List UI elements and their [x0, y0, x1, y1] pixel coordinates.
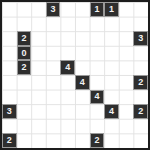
empty-cell[interactable]	[60, 75, 75, 90]
empty-cell[interactable]	[46, 75, 61, 90]
empty-cell[interactable]	[119, 46, 134, 61]
clue-cell: 1	[104, 2, 119, 17]
empty-cell[interactable]	[104, 46, 119, 61]
empty-cell[interactable]	[90, 75, 105, 90]
empty-cell[interactable]	[104, 60, 119, 75]
clue-cell: 2	[2, 133, 17, 148]
clue-cell: 2	[90, 133, 105, 148]
empty-cell[interactable]	[31, 75, 46, 90]
empty-cell[interactable]	[119, 17, 134, 32]
empty-cell[interactable]	[31, 31, 46, 46]
empty-cell[interactable]	[104, 31, 119, 46]
empty-cell[interactable]	[60, 90, 75, 105]
empty-cell[interactable]	[75, 90, 90, 105]
empty-cell[interactable]	[46, 60, 61, 75]
empty-cell[interactable]	[75, 2, 90, 17]
empty-cell[interactable]	[2, 17, 17, 32]
clue-cell: 4	[60, 60, 75, 75]
clue-cell: 0	[17, 46, 32, 61]
empty-cell[interactable]	[133, 119, 148, 134]
clue-cell: 4	[90, 90, 105, 105]
empty-cell[interactable]	[46, 119, 61, 134]
clue-cell: 2	[133, 104, 148, 119]
empty-cell[interactable]	[60, 17, 75, 32]
empty-cell[interactable]	[31, 60, 46, 75]
clue-cell: 4	[104, 104, 119, 119]
empty-cell[interactable]	[2, 2, 17, 17]
empty-cell[interactable]	[90, 31, 105, 46]
clue-cell: 3	[133, 31, 148, 46]
empty-cell[interactable]	[119, 104, 134, 119]
empty-cell[interactable]	[104, 90, 119, 105]
puzzle-board: 3112302442434222	[0, 0, 150, 150]
empty-cell[interactable]	[104, 17, 119, 32]
empty-cell[interactable]	[46, 104, 61, 119]
empty-cell[interactable]	[60, 31, 75, 46]
empty-cell[interactable]	[2, 119, 17, 134]
empty-cell[interactable]	[31, 17, 46, 32]
empty-cell[interactable]	[17, 104, 32, 119]
empty-cell[interactable]	[104, 75, 119, 90]
empty-cell[interactable]	[17, 75, 32, 90]
empty-cell[interactable]	[133, 90, 148, 105]
empty-cell[interactable]	[75, 60, 90, 75]
empty-cell[interactable]	[119, 90, 134, 105]
clue-cell: 3	[46, 2, 61, 17]
empty-cell[interactable]	[17, 119, 32, 134]
empty-cell[interactable]	[104, 119, 119, 134]
empty-cell[interactable]	[31, 46, 46, 61]
empty-cell[interactable]	[17, 2, 32, 17]
empty-cell[interactable]	[119, 133, 134, 148]
empty-cell[interactable]	[90, 60, 105, 75]
empty-cell[interactable]	[75, 133, 90, 148]
clue-cell: 4	[75, 75, 90, 90]
empty-cell[interactable]	[104, 133, 119, 148]
empty-cell[interactable]	[31, 133, 46, 148]
empty-cell[interactable]	[17, 90, 32, 105]
empty-cell[interactable]	[133, 133, 148, 148]
empty-cell[interactable]	[2, 60, 17, 75]
empty-cell[interactable]	[31, 104, 46, 119]
empty-cell[interactable]	[133, 17, 148, 32]
empty-cell[interactable]	[46, 133, 61, 148]
empty-cell[interactable]	[119, 119, 134, 134]
empty-cell[interactable]	[60, 133, 75, 148]
empty-cell[interactable]	[31, 2, 46, 17]
empty-cell[interactable]	[46, 17, 61, 32]
empty-cell[interactable]	[90, 119, 105, 134]
empty-cell[interactable]	[2, 31, 17, 46]
empty-cell[interactable]	[133, 2, 148, 17]
empty-cell[interactable]	[119, 75, 134, 90]
empty-cell[interactable]	[75, 119, 90, 134]
empty-cell[interactable]	[119, 31, 134, 46]
empty-cell[interactable]	[75, 104, 90, 119]
empty-cell[interactable]	[133, 60, 148, 75]
empty-cell[interactable]	[75, 31, 90, 46]
empty-cell[interactable]	[90, 17, 105, 32]
empty-cell[interactable]	[17, 17, 32, 32]
empty-cell[interactable]	[90, 104, 105, 119]
empty-cell[interactable]	[46, 46, 61, 61]
empty-cell[interactable]	[60, 2, 75, 17]
clue-cell: 1	[90, 2, 105, 17]
empty-cell[interactable]	[60, 46, 75, 61]
empty-cell[interactable]	[119, 60, 134, 75]
empty-cell[interactable]	[46, 31, 61, 46]
empty-cell[interactable]	[90, 46, 105, 61]
empty-cell[interactable]	[75, 46, 90, 61]
empty-cell[interactable]	[31, 119, 46, 134]
empty-cell[interactable]	[46, 90, 61, 105]
empty-cell[interactable]	[31, 90, 46, 105]
empty-cell[interactable]	[119, 2, 134, 17]
clue-cell: 2	[133, 75, 148, 90]
empty-cell[interactable]	[133, 46, 148, 61]
empty-cell[interactable]	[17, 133, 32, 148]
empty-cell[interactable]	[75, 17, 90, 32]
empty-cell[interactable]	[60, 119, 75, 134]
empty-cell[interactable]	[2, 75, 17, 90]
clue-cell: 2	[17, 31, 32, 46]
clue-cell: 2	[17, 60, 32, 75]
empty-cell[interactable]	[2, 90, 17, 105]
empty-cell[interactable]	[60, 104, 75, 119]
empty-cell[interactable]	[2, 46, 17, 61]
clue-cell: 3	[2, 104, 17, 119]
